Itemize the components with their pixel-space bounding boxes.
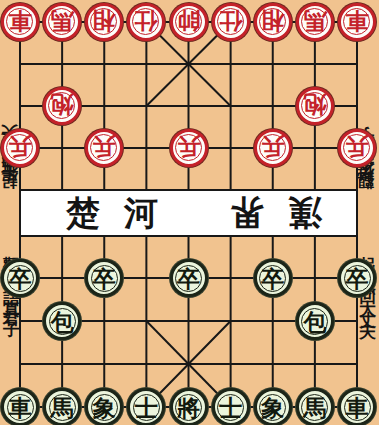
piece-black-advisor-f4r10[interactable]: 士 (127, 388, 165, 425)
piece-glyph: 包 (51, 310, 74, 333)
piece-glyph: 兵 (9, 137, 32, 160)
piece-red-chariot-f1r1[interactable]: 車 (1, 3, 39, 41)
piece-glyph: 卒 (261, 267, 284, 290)
piece-black-soldier-f7r7[interactable]: 卒 (254, 259, 292, 297)
piece-red-soldier-f5r4[interactable]: 兵 (170, 129, 208, 167)
piece-glyph: 兵 (261, 137, 284, 160)
piece-black-elephant-f3r10[interactable]: 象 (85, 388, 123, 425)
piece-glyph: 車 (346, 11, 369, 34)
piece-glyph: 卒 (346, 267, 369, 290)
piece-glyph: 馬 (303, 11, 326, 34)
piece-black-elephant-f7r10[interactable]: 象 (254, 388, 292, 425)
piece-glyph: 將 (177, 396, 200, 419)
piece-red-soldier-f7r4[interactable]: 兵 (254, 129, 292, 167)
piece-black-horse-f2r10[interactable]: 馬 (43, 388, 81, 425)
piece-glyph: 炮 (51, 95, 74, 118)
piece-glyph: 仕 (135, 11, 158, 34)
piece-black-cannon-f8r8[interactable]: 包 (296, 302, 334, 340)
motto-left-top: 起手無回大丈夫 (1, 34, 20, 204)
piece-black-soldier-f3r7[interactable]: 卒 (85, 259, 123, 297)
piece-black-soldier-f5r7[interactable]: 卒 (170, 259, 208, 297)
piece-glyph: 炮 (303, 95, 326, 118)
piece-glyph: 兵 (93, 137, 116, 160)
piece-red-horse-f8r1[interactable]: 馬 (296, 3, 334, 41)
river-label-chu-he: 楚河 (66, 190, 182, 236)
piece-black-horse-f8r10[interactable]: 馬 (296, 388, 334, 425)
piece-glyph: 卒 (9, 267, 32, 290)
piece-glyph: 帥 (177, 11, 200, 34)
piece-red-elephant-f7r1[interactable]: 相 (254, 3, 292, 41)
piece-glyph: 馬 (51, 396, 74, 419)
piece-red-general-f5r1[interactable]: 帥 (170, 3, 208, 41)
piece-glyph: 卒 (177, 267, 200, 290)
piece-glyph: 馬 (51, 11, 74, 34)
piece-black-chariot-f1r10[interactable]: 車 (1, 388, 39, 425)
piece-glyph: 象 (261, 396, 284, 419)
motto-right-top: 觀棋不語真君子 (357, 34, 376, 204)
piece-glyph: 士 (135, 396, 158, 419)
piece-glyph: 車 (9, 396, 32, 419)
piece-red-cannon-f8r3[interactable]: 炮 (296, 87, 334, 125)
piece-glyph: 馬 (303, 396, 326, 419)
piece-red-cannon-f2r3[interactable]: 炮 (43, 87, 81, 125)
piece-glyph: 包 (303, 310, 326, 333)
piece-glyph: 兵 (346, 137, 369, 160)
piece-glyph: 相 (261, 11, 284, 34)
piece-red-soldier-f1r4[interactable]: 兵 (1, 129, 39, 167)
piece-red-soldier-f3r4[interactable]: 兵 (85, 129, 123, 167)
piece-glyph: 仕 (219, 11, 242, 34)
piece-black-soldier-f9r7[interactable]: 卒 (338, 259, 376, 297)
piece-glyph: 相 (93, 11, 116, 34)
river-label-han-jie: 漢界 (206, 190, 322, 236)
piece-red-advisor-f6r1[interactable]: 仕 (212, 3, 250, 41)
piece-black-soldier-f1r7[interactable]: 卒 (1, 259, 39, 297)
piece-glyph: 象 (93, 396, 116, 419)
xiangqi-board: 楚河 漢界 起手無回大丈夫 觀棋不語真君子 觀棋不語真君子 起手無回大丈夫 車馬… (0, 0, 379, 425)
piece-glyph: 車 (9, 11, 32, 34)
piece-red-elephant-f3r1[interactable]: 相 (85, 3, 123, 41)
piece-glyph: 兵 (177, 137, 200, 160)
piece-glyph: 車 (346, 396, 369, 419)
piece-black-chariot-f9r10[interactable]: 車 (338, 388, 376, 425)
piece-red-horse-f2r1[interactable]: 馬 (43, 3, 81, 41)
piece-glyph: 士 (219, 396, 242, 419)
piece-red-chariot-f9r1[interactable]: 車 (338, 3, 376, 41)
piece-glyph: 卒 (93, 267, 116, 290)
board-grid[interactable] (0, 0, 379, 425)
piece-black-cannon-f2r8[interactable]: 包 (43, 302, 81, 340)
piece-red-soldier-f9r4[interactable]: 兵 (338, 129, 376, 167)
piece-black-general-f5r10[interactable]: 將 (170, 388, 208, 425)
piece-black-advisor-f6r10[interactable]: 士 (212, 388, 250, 425)
